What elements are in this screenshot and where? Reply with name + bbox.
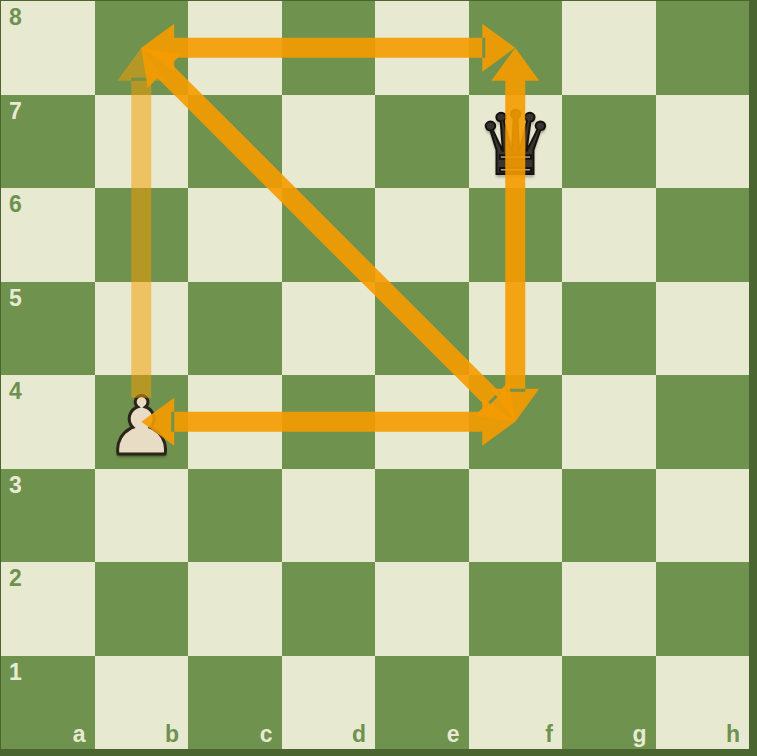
piece-black-queen-f7[interactable]: ♛ <box>469 97 563 191</box>
piece-layer: ♛♟ <box>0 0 757 756</box>
chess-board: 87654321abcdefgh ♛♟ <box>0 0 757 756</box>
piece-white-pawn-b4[interactable]: ♟ <box>95 380 189 474</box>
